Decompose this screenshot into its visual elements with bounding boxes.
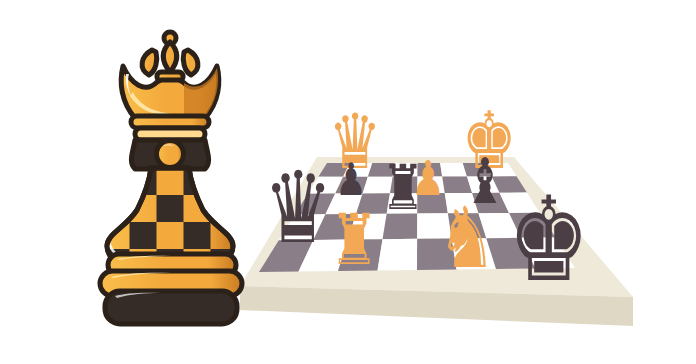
queen-figurine-icon [95,28,248,334]
base-rings [100,254,242,324]
piece-white-knight: ♞ [437,195,496,280]
piece-black-queen: ♛ [263,158,332,257]
fleur-de-lis-icon [142,32,198,81]
piece-black-rook: ♜ [381,157,424,219]
piece-black-king: ♚ [508,181,590,298]
piece-black-pawn: ♟ [335,157,366,202]
chess-illustration: ♛♚♟♟♝♜♛♜♞♚ [0,0,696,364]
piece-white-rook: ♜ [330,205,379,275]
collar [131,140,208,169]
